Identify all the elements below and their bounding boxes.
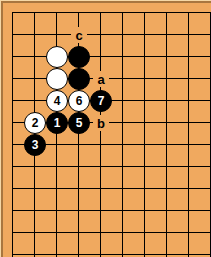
board-intersection	[178, 3, 200, 24]
board-intersection	[24, 244, 46, 257]
board-intersection	[156, 244, 178, 257]
black-stone-move-5: 5	[68, 112, 90, 134]
board-intersection	[90, 24, 112, 46]
board-intersection	[46, 134, 68, 156]
board-intersection	[90, 222, 112, 244]
board-intersection	[68, 178, 90, 200]
board-intersection	[3, 222, 24, 244]
board-intersection	[3, 112, 24, 134]
black-stone-move-1: 1	[46, 112, 68, 134]
board-intersection	[178, 24, 200, 46]
black-stone-move-7: 7	[90, 90, 112, 112]
board-intersection	[178, 90, 200, 112]
board-intersection: 2	[24, 112, 46, 134]
point-label-a: a	[93, 71, 109, 87]
board-intersection	[200, 156, 211, 178]
board-intersection	[156, 90, 178, 112]
board-intersection	[178, 222, 200, 244]
board-intersection	[178, 178, 200, 200]
board-intersection	[46, 68, 68, 90]
board-intersection: b	[90, 112, 112, 134]
board-intersection	[134, 134, 156, 156]
board-intersection: 3	[24, 134, 46, 156]
board-intersection	[134, 90, 156, 112]
board-intersection	[200, 3, 211, 24]
board-intersection	[3, 24, 24, 46]
board-intersection	[200, 222, 211, 244]
white-stone-move-6: 6	[68, 90, 90, 112]
board-intersection	[90, 156, 112, 178]
black-stone-move-3: 3	[24, 134, 46, 156]
point-label-c: c	[71, 27, 87, 43]
board-intersection	[46, 178, 68, 200]
white-stone-move-2: 2	[24, 112, 46, 134]
board-intersection	[156, 178, 178, 200]
board-intersection	[3, 3, 24, 24]
board-intersection	[178, 244, 200, 257]
board-intersection	[24, 24, 46, 46]
board-intersection	[90, 3, 112, 24]
board-intersection	[3, 90, 24, 112]
board-intersection	[156, 24, 178, 46]
board-intersection	[112, 3, 134, 24]
board-intersection	[3, 134, 24, 156]
board-intersection	[24, 200, 46, 222]
board-intersection	[3, 200, 24, 222]
board-intersection	[134, 222, 156, 244]
board-intersection	[200, 112, 211, 134]
board-intersection	[156, 46, 178, 68]
board-intersection	[46, 222, 68, 244]
board-intersection	[200, 244, 211, 257]
board-intersection	[112, 68, 134, 90]
go-board: ca467215b3	[3, 3, 211, 257]
board-intersection	[134, 112, 156, 134]
board-intersection	[68, 46, 90, 68]
board-intersection	[134, 178, 156, 200]
board-intersection	[90, 134, 112, 156]
board-intersection	[156, 222, 178, 244]
board-intersection	[3, 178, 24, 200]
board-intersection	[46, 24, 68, 46]
board-intersection	[134, 244, 156, 257]
board-intersection	[112, 200, 134, 222]
board-intersection	[200, 46, 211, 68]
board-intersection	[112, 24, 134, 46]
board-intersection	[90, 200, 112, 222]
board-intersection	[178, 156, 200, 178]
board-grid: ca467215b3	[3, 3, 211, 257]
board-intersection	[156, 68, 178, 90]
board-intersection: a	[90, 68, 112, 90]
board-intersection	[46, 3, 68, 24]
board-intersection: 1	[46, 112, 68, 134]
board-intersection	[178, 46, 200, 68]
point-label-b: b	[93, 115, 109, 131]
board-intersection: 7	[90, 90, 112, 112]
board-intersection	[134, 68, 156, 90]
board-intersection	[156, 112, 178, 134]
board-intersection	[178, 134, 200, 156]
black-stone	[68, 68, 90, 90]
board-intersection	[156, 3, 178, 24]
board-intersection	[112, 178, 134, 200]
board-intersection	[200, 90, 211, 112]
board-intersection	[134, 156, 156, 178]
board-intersection	[200, 134, 211, 156]
white-stone	[46, 46, 68, 68]
board-intersection	[134, 200, 156, 222]
board-intersection	[24, 222, 46, 244]
board-intersection	[200, 200, 211, 222]
board-intersection	[90, 178, 112, 200]
board-intersection	[156, 134, 178, 156]
board-intersection	[156, 200, 178, 222]
board-intersection	[200, 178, 211, 200]
board-intersection	[3, 46, 24, 68]
white-stone	[46, 68, 68, 90]
board-intersection	[68, 68, 90, 90]
board-intersection	[3, 68, 24, 90]
board-intersection	[134, 3, 156, 24]
board-intersection	[178, 112, 200, 134]
board-intersection	[68, 3, 90, 24]
board-intersection	[112, 222, 134, 244]
board-intersection	[68, 244, 90, 257]
board-intersection	[68, 222, 90, 244]
board-intersection: 4	[46, 90, 68, 112]
board-intersection	[112, 134, 134, 156]
board-intersection	[112, 46, 134, 68]
board-intersection: 6	[68, 90, 90, 112]
board-intersection	[24, 46, 46, 68]
board-intersection	[46, 156, 68, 178]
board-intersection	[68, 156, 90, 178]
board-intersection	[68, 134, 90, 156]
board-intersection	[178, 200, 200, 222]
go-diagram: ca467215b3	[0, 0, 211, 257]
board-intersection	[24, 90, 46, 112]
board-intersection	[156, 156, 178, 178]
board-intersection	[112, 244, 134, 257]
board-intersection: c	[68, 24, 90, 46]
board-intersection	[134, 24, 156, 46]
white-stone-move-4: 4	[46, 90, 68, 112]
board-intersection	[3, 156, 24, 178]
board-intersection	[200, 24, 211, 46]
board-intersection: 5	[68, 112, 90, 134]
board-intersection	[24, 178, 46, 200]
board-intersection	[134, 46, 156, 68]
board-intersection	[68, 200, 90, 222]
board-intersection	[90, 46, 112, 68]
board-intersection	[24, 156, 46, 178]
board-intersection	[112, 90, 134, 112]
board-intersection	[24, 68, 46, 90]
board-intersection	[112, 156, 134, 178]
board-intersection	[24, 3, 46, 24]
board-intersection	[112, 112, 134, 134]
board-intersection	[90, 244, 112, 257]
black-stone	[68, 46, 90, 68]
board-intersection	[200, 68, 211, 90]
board-intersection	[46, 200, 68, 222]
board-intersection	[3, 244, 24, 257]
board-intersection	[46, 244, 68, 257]
board-intersection	[46, 46, 68, 68]
board-intersection	[178, 68, 200, 90]
